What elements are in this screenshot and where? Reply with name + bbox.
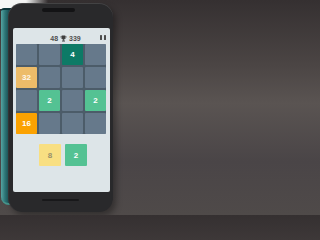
queue-tile-8[interactable]: 8 xyxy=(39,144,61,166)
board-grid[interactable]: 4322216 xyxy=(16,44,106,134)
score-value: 48 xyxy=(50,35,58,42)
empty-cell-r1c3 xyxy=(85,67,106,88)
empty-cell-r2c0 xyxy=(16,90,37,111)
empty-cell-r3c3 xyxy=(85,113,106,134)
tile-4: 4 xyxy=(62,44,83,65)
empty-cell-r0c3 xyxy=(85,44,106,65)
tile-2: 2 xyxy=(85,90,106,111)
game-screen: 48 339 4322216 8 2 xyxy=(13,28,110,192)
empty-cell-r3c2 xyxy=(62,113,83,134)
pause-icon-bar xyxy=(100,35,102,40)
empty-cell-r2c2 xyxy=(62,90,83,111)
tile-32: 32 xyxy=(16,67,37,88)
empty-cell-r1c1 xyxy=(39,67,60,88)
empty-cell-r0c1 xyxy=(39,44,60,65)
tile-2: 2 xyxy=(39,90,60,111)
phone-frame: 48 339 4322216 8 2 xyxy=(8,3,113,212)
earpiece-speaker xyxy=(42,8,75,12)
pause-icon-bar xyxy=(104,35,106,40)
empty-cell-r0c0 xyxy=(16,44,37,65)
pause-button[interactable] xyxy=(100,35,106,40)
tile-16: 16 xyxy=(16,113,37,134)
tile-queue: 8 2 xyxy=(39,144,87,166)
empty-cell-r3c1 xyxy=(39,113,60,134)
trophy-icon xyxy=(60,35,67,42)
bottom-speaker-slot xyxy=(42,199,79,201)
best-score-value: 339 xyxy=(69,35,81,42)
empty-cell-r1c2 xyxy=(62,67,83,88)
queue-tile-2[interactable]: 2 xyxy=(65,144,87,166)
